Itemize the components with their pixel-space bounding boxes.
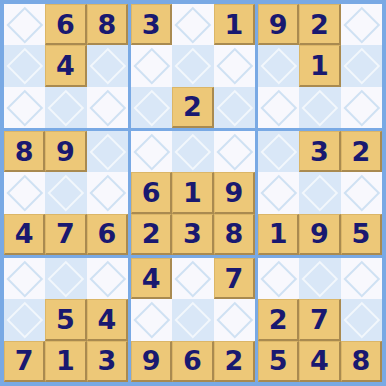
- diamond-icon: [261, 89, 297, 125]
- empty-cell-r5c2[interactable]: [45, 172, 86, 213]
- diamond-icon: [7, 48, 43, 84]
- sudoku-box-r2c1: 89476: [4, 131, 128, 255]
- sudoku-box-r2c3: 32195: [258, 131, 382, 255]
- diamond-icon: [134, 134, 170, 170]
- sudoku-board: 6843129218947661923832195547134796227548: [0, 0, 386, 386]
- given-cell-r8c2: 5: [45, 299, 86, 340]
- empty-cell-r3c6[interactable]: [214, 87, 255, 128]
- empty-cell-r3c8[interactable]: [299, 87, 340, 128]
- sudoku-box-r2c2: 619238: [131, 131, 255, 255]
- given-cell-r1c8: 2: [299, 4, 340, 45]
- diamond-icon: [343, 89, 379, 125]
- empty-cell-r4c6[interactable]: [214, 131, 255, 172]
- empty-cell-r7c8[interactable]: [299, 258, 340, 299]
- diamond-icon: [175, 134, 211, 170]
- diamond-icon: [175, 302, 211, 338]
- given-cell-r6c4: 2: [131, 214, 172, 255]
- empty-cell-r7c1[interactable]: [4, 258, 45, 299]
- empty-cell-r7c3[interactable]: [87, 258, 128, 299]
- diamond-icon: [343, 48, 379, 84]
- given-cell-r4c8: 3: [299, 131, 340, 172]
- empty-cell-r2c5[interactable]: [172, 45, 213, 86]
- given-cell-r2c2: 4: [45, 45, 86, 86]
- given-cell-r9c8: 4: [299, 341, 340, 382]
- diamond-icon: [343, 261, 379, 297]
- diamond-icon: [7, 261, 43, 297]
- empty-cell-r3c2[interactable]: [45, 87, 86, 128]
- diamond-icon: [134, 89, 170, 125]
- empty-cell-r7c2[interactable]: [45, 258, 86, 299]
- given-cell-r8c7: 2: [258, 299, 299, 340]
- diamond-icon: [175, 261, 211, 297]
- diamond-icon: [89, 89, 125, 125]
- given-cell-r9c1: 7: [4, 341, 45, 382]
- empty-cell-r8c9[interactable]: [341, 299, 382, 340]
- diamond-icon: [89, 175, 125, 211]
- diamond-icon: [216, 302, 252, 338]
- diamond-icon: [7, 302, 43, 338]
- diamond-icon: [48, 89, 84, 125]
- diamond-icon: [7, 7, 43, 43]
- empty-cell-r2c9[interactable]: [341, 45, 382, 86]
- sudoku-box-r1c3: 921: [258, 4, 382, 128]
- given-cell-r4c2: 9: [45, 131, 86, 172]
- empty-cell-r2c6[interactable]: [214, 45, 255, 86]
- empty-cell-r8c5[interactable]: [172, 299, 213, 340]
- given-cell-r9c6: 2: [214, 341, 255, 382]
- sudoku-box-r1c1: 684: [4, 4, 128, 128]
- diamond-icon: [261, 261, 297, 297]
- given-cell-r6c7: 1: [258, 214, 299, 255]
- diamond-icon: [302, 261, 338, 297]
- diamond-icon: [89, 134, 125, 170]
- given-cell-r6c9: 5: [341, 214, 382, 255]
- empty-cell-r5c3[interactable]: [87, 172, 128, 213]
- empty-cell-r4c7[interactable]: [258, 131, 299, 172]
- sudoku-box-r3c1: 54713: [4, 258, 128, 382]
- empty-cell-r7c5[interactable]: [172, 258, 213, 299]
- empty-cell-r3c9[interactable]: [341, 87, 382, 128]
- diamond-icon: [89, 48, 125, 84]
- empty-cell-r3c1[interactable]: [4, 87, 45, 128]
- given-cell-r3c5: 2: [172, 87, 213, 128]
- empty-cell-r8c4[interactable]: [131, 299, 172, 340]
- given-cell-r9c7: 5: [258, 341, 299, 382]
- diamond-icon: [261, 134, 297, 170]
- empty-cell-r4c3[interactable]: [87, 131, 128, 172]
- given-cell-r1c3: 8: [87, 4, 128, 45]
- empty-cell-r8c6[interactable]: [214, 299, 255, 340]
- diamond-icon: [302, 175, 338, 211]
- empty-cell-r3c3[interactable]: [87, 87, 128, 128]
- empty-cell-r5c7[interactable]: [258, 172, 299, 213]
- diamond-icon: [216, 48, 252, 84]
- diamond-icon: [261, 175, 297, 211]
- given-cell-r8c8: 7: [299, 299, 340, 340]
- sudoku-box-r3c2: 47962: [131, 258, 255, 382]
- given-cell-r6c8: 9: [299, 214, 340, 255]
- given-cell-r9c3: 3: [87, 341, 128, 382]
- given-cell-r6c2: 7: [45, 214, 86, 255]
- empty-cell-r5c8[interactable]: [299, 172, 340, 213]
- given-cell-r1c6: 1: [214, 4, 255, 45]
- given-cell-r5c5: 1: [172, 172, 213, 213]
- given-cell-r7c4: 4: [131, 258, 172, 299]
- diamond-icon: [175, 7, 211, 43]
- given-cell-r9c2: 1: [45, 341, 86, 382]
- sudoku-box-r3c3: 27548: [258, 258, 382, 382]
- empty-cell-r5c1[interactable]: [4, 172, 45, 213]
- empty-cell-r1c9[interactable]: [341, 4, 382, 45]
- empty-cell-r5c9[interactable]: [341, 172, 382, 213]
- empty-cell-r3c7[interactable]: [258, 87, 299, 128]
- given-cell-r8c3: 4: [87, 299, 128, 340]
- diamond-icon: [343, 7, 379, 43]
- empty-cell-r4c5[interactable]: [172, 131, 213, 172]
- given-cell-r9c9: 8: [341, 341, 382, 382]
- given-cell-r9c5: 6: [172, 341, 213, 382]
- diamond-icon: [134, 48, 170, 84]
- empty-cell-r1c5[interactable]: [172, 4, 213, 45]
- empty-cell-r3c4[interactable]: [131, 87, 172, 128]
- given-cell-r6c3: 6: [87, 214, 128, 255]
- empty-cell-r7c7[interactable]: [258, 258, 299, 299]
- given-cell-r1c2: 6: [45, 4, 86, 45]
- diamond-icon: [302, 89, 338, 125]
- diamond-icon: [48, 175, 84, 211]
- given-cell-r5c4: 6: [131, 172, 172, 213]
- empty-cell-r4c4[interactable]: [131, 131, 172, 172]
- given-cell-r1c7: 9: [258, 4, 299, 45]
- given-cell-r4c1: 8: [4, 131, 45, 172]
- diamond-icon: [175, 48, 211, 84]
- given-cell-r5c6: 9: [214, 172, 255, 213]
- empty-cell-r7c9[interactable]: [341, 258, 382, 299]
- empty-cell-r2c7[interactable]: [258, 45, 299, 86]
- given-cell-r6c6: 8: [214, 214, 255, 255]
- given-cell-r9c4: 9: [131, 341, 172, 382]
- empty-cell-r2c4[interactable]: [131, 45, 172, 86]
- diamond-icon: [216, 134, 252, 170]
- diamond-icon: [343, 175, 379, 211]
- diamond-icon: [89, 261, 125, 297]
- given-cell-r2c8: 1: [299, 45, 340, 86]
- diamond-icon: [134, 302, 170, 338]
- empty-cell-r2c3[interactable]: [87, 45, 128, 86]
- diamond-icon: [48, 261, 84, 297]
- given-cell-r6c5: 3: [172, 214, 213, 255]
- diamond-icon: [7, 89, 43, 125]
- empty-cell-r1c1[interactable]: [4, 4, 45, 45]
- diamond-icon: [343, 302, 379, 338]
- diamond-icon: [261, 48, 297, 84]
- given-cell-r1c4: 3: [131, 4, 172, 45]
- given-cell-r4c9: 2: [341, 131, 382, 172]
- diamond-icon: [216, 89, 252, 125]
- empty-cell-r8c1[interactable]: [4, 299, 45, 340]
- given-cell-r6c1: 4: [4, 214, 45, 255]
- empty-cell-r2c1[interactable]: [4, 45, 45, 86]
- sudoku-box-r1c2: 312: [131, 4, 255, 128]
- diamond-icon: [7, 175, 43, 211]
- given-cell-r7c6: 7: [214, 258, 255, 299]
